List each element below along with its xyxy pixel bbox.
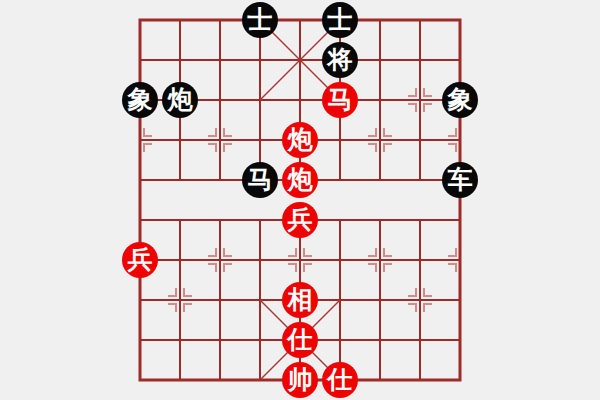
- piece-character: 士: [328, 7, 353, 32]
- piece-black-cannon[interactable]: 炮: [162, 82, 198, 118]
- piece-black-advisor-right[interactable]: 士: [322, 2, 358, 38]
- piece-character: 仕: [328, 367, 353, 392]
- piece-red-horse[interactable]: 马: [322, 82, 358, 118]
- piece-character: 象: [128, 87, 153, 112]
- piece-character: 兵: [128, 247, 153, 272]
- piece-black-chariot[interactable]: 车: [442, 162, 478, 198]
- piece-red-cannon-front[interactable]: 炮: [282, 122, 318, 158]
- piece-red-elephant[interactable]: 相: [282, 282, 318, 318]
- piece-black-elephant-right[interactable]: 象: [442, 82, 478, 118]
- xiangqi-board-app: 士士将象炮马象炮马炮车兵兵相仕帅仕: [0, 0, 600, 400]
- piece-character: 马: [248, 167, 273, 192]
- piece-character: 车: [448, 167, 473, 192]
- piece-character: 马: [328, 87, 353, 112]
- piece-character: 炮: [288, 167, 313, 192]
- piece-red-cannon-rear[interactable]: 炮: [282, 162, 318, 198]
- piece-character: 士: [248, 7, 273, 32]
- piece-red-advisor-center[interactable]: 仕: [282, 322, 318, 358]
- piece-character: 将: [328, 47, 353, 72]
- piece-character: 相: [288, 287, 313, 312]
- piece-red-advisor-right[interactable]: 仕: [322, 362, 358, 398]
- piece-character: 象: [448, 87, 473, 112]
- piece-character: 仕: [288, 327, 313, 352]
- piece-black-horse[interactable]: 马: [242, 162, 278, 198]
- piece-character: 帅: [288, 367, 313, 392]
- piece-black-advisor-left[interactable]: 士: [242, 2, 278, 38]
- piece-red-soldier-edge[interactable]: 兵: [122, 242, 158, 278]
- piece-character: 炮: [288, 127, 313, 152]
- piece-character: 兵: [288, 207, 313, 232]
- piece-red-general[interactable]: 帅: [282, 362, 318, 398]
- piece-character: 炮: [168, 87, 193, 112]
- piece-black-general[interactable]: 将: [322, 42, 358, 78]
- piece-black-elephant-left[interactable]: 象: [122, 82, 158, 118]
- board-grid[interactable]: 士士将象炮马象炮马炮车兵兵相仕帅仕: [120, 0, 480, 400]
- piece-red-soldier-center[interactable]: 兵: [282, 202, 318, 238]
